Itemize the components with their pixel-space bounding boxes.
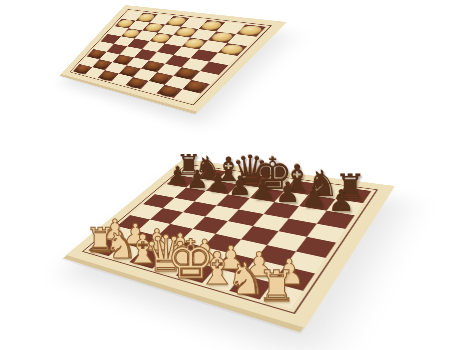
chess-board [66, 159, 395, 328]
checkers-board [61, 5, 287, 112]
chess-board-grid [88, 166, 371, 309]
product-photo-chess-checkers-set: ♜♞♝♛♚♝♞♜♟♟♟♟♟♟♟♟♟♟♟♟♟♟♟♟♜♞♝♛♚♝♞♜ [0, 0, 460, 350]
